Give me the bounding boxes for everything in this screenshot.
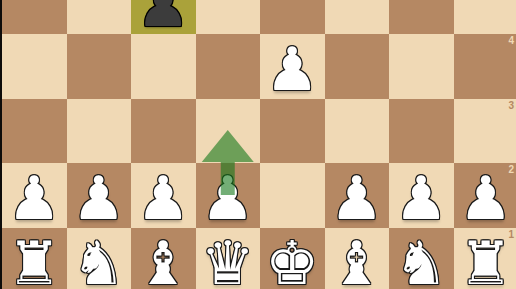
square-a4[interactable]	[2, 34, 67, 99]
piece-white-king[interactable]: ♚	[260, 231, 325, 289]
coord-rank-3: 3	[508, 101, 514, 111]
piece-white-bishop[interactable]: ♝	[325, 231, 390, 289]
coord-rank-1: 1	[508, 230, 514, 240]
square-h1[interactable]: ♜1h	[454, 228, 516, 289]
square-d5[interactable]	[196, 0, 261, 34]
square-h4[interactable]: 4	[454, 34, 516, 99]
square-b3[interactable]	[67, 99, 132, 164]
square-a1[interactable]: ♜a	[2, 228, 67, 289]
square-h5[interactable]: 5	[454, 0, 516, 34]
piece-white-knight[interactable]: ♞	[389, 231, 454, 289]
square-h2[interactable]: ♟2	[454, 163, 516, 228]
square-c4[interactable]	[131, 34, 196, 99]
square-g3[interactable]	[389, 99, 454, 164]
piece-white-pawn[interactable]: ♟	[260, 37, 325, 102]
square-c3[interactable]	[131, 99, 196, 164]
piece-black-pawn[interactable]: ♟	[131, 0, 196, 37]
piece-white-bishop[interactable]: ♝	[131, 231, 196, 289]
piece-white-pawn[interactable]: ♟	[196, 166, 261, 231]
square-a3[interactable]	[2, 99, 67, 164]
square-c1[interactable]: ♝c	[131, 228, 196, 289]
square-g4[interactable]	[389, 34, 454, 99]
square-c2[interactable]: ♟	[131, 163, 196, 228]
piece-white-pawn[interactable]: ♟	[325, 166, 390, 231]
piece-white-rook[interactable]: ♜	[454, 231, 516, 289]
square-e3[interactable]	[260, 99, 325, 164]
square-c5[interactable]: ♟	[131, 0, 196, 34]
board-viewport: 876♟5♟43♟♟♟♟♟♟♟2♜a♞b♝c♛d♚e♝f♞g♜1h	[0, 0, 516, 289]
square-f3[interactable]	[325, 99, 390, 164]
coord-rank-2: 2	[508, 165, 514, 175]
left-black-edge	[0, 0, 2, 289]
square-a2[interactable]: ♟	[2, 163, 67, 228]
piece-white-queen[interactable]: ♛	[196, 231, 261, 289]
piece-white-pawn[interactable]: ♟	[131, 166, 196, 231]
square-e1[interactable]: ♚e	[260, 228, 325, 289]
square-h3[interactable]: 3	[454, 99, 516, 164]
square-a5[interactable]	[2, 0, 67, 34]
square-e5[interactable]	[260, 0, 325, 34]
square-g1[interactable]: ♞g	[389, 228, 454, 289]
square-b4[interactable]	[67, 34, 132, 99]
square-e2[interactable]	[260, 163, 325, 228]
piece-white-pawn[interactable]: ♟	[67, 166, 132, 231]
coord-rank-4: 4	[508, 36, 514, 46]
chess-board: 876♟5♟43♟♟♟♟♟♟♟2♜a♞b♝c♛d♚e♝f♞g♜1h	[2, 0, 516, 289]
square-f1[interactable]: ♝f	[325, 228, 390, 289]
square-d1[interactable]: ♛d	[196, 228, 261, 289]
square-d3[interactable]	[196, 99, 261, 164]
square-b2[interactable]: ♟	[67, 163, 132, 228]
square-f5[interactable]	[325, 0, 390, 34]
square-f4[interactable]	[325, 34, 390, 99]
piece-white-pawn[interactable]: ♟	[454, 166, 516, 231]
piece-white-pawn[interactable]: ♟	[389, 166, 454, 231]
square-b5[interactable]	[67, 0, 132, 34]
square-f2[interactable]: ♟	[325, 163, 390, 228]
piece-white-rook[interactable]: ♜	[2, 231, 67, 289]
square-e4[interactable]: ♟	[260, 34, 325, 99]
piece-white-knight[interactable]: ♞	[67, 231, 132, 289]
piece-white-pawn[interactable]: ♟	[2, 166, 67, 231]
square-d4[interactable]	[196, 34, 261, 99]
square-g5[interactable]	[389, 0, 454, 34]
square-g2[interactable]: ♟	[389, 163, 454, 228]
square-b1[interactable]: ♞b	[67, 228, 132, 289]
square-d2[interactable]: ♟	[196, 163, 261, 228]
